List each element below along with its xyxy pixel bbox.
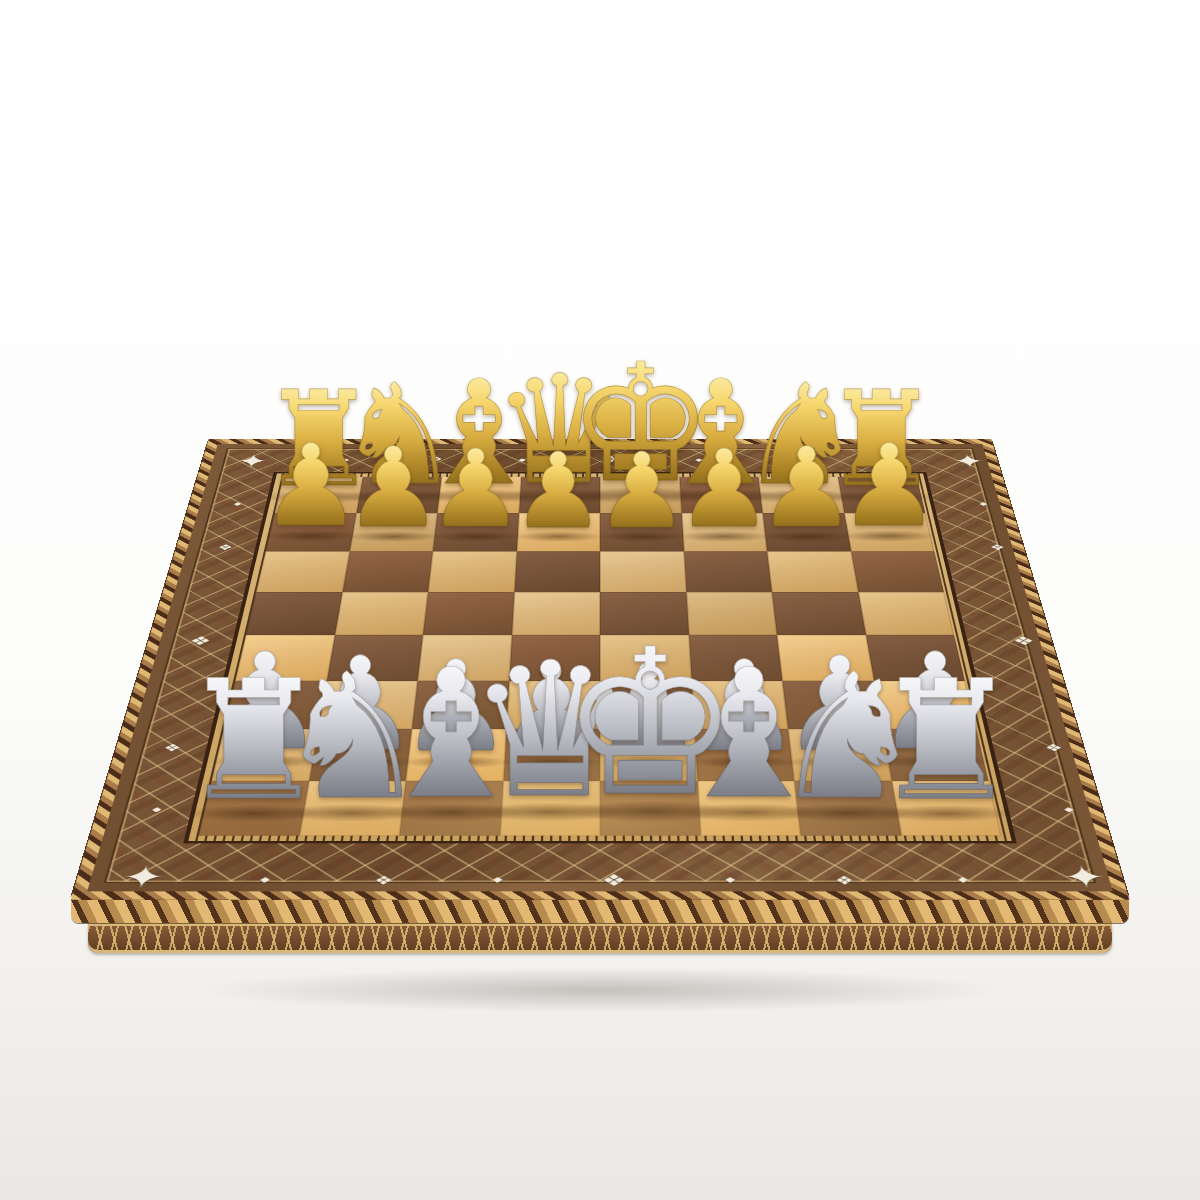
square-e7[interactable] xyxy=(600,513,684,551)
square-g6[interactable] xyxy=(767,551,858,592)
square-a6[interactable] xyxy=(256,551,349,592)
square-b2[interactable] xyxy=(309,729,412,781)
square-e8[interactable] xyxy=(600,477,681,513)
square-h7[interactable] xyxy=(844,513,934,551)
square-b7[interactable] xyxy=(349,513,437,551)
square-a5[interactable] xyxy=(246,592,342,635)
square-f5[interactable] xyxy=(686,592,777,635)
square-f2[interactable] xyxy=(694,729,794,781)
square-f3[interactable] xyxy=(691,681,788,729)
square-e4[interactable] xyxy=(600,635,691,681)
product-photo-stage: ✦✦✦✦❖❖❖❖❖❖❖❖❖❖❖❖◆◆◆◆◆◆◆◆◆◆◆◆ ♜♞♝♛♚♝♞♜♟♟♟… xyxy=(0,0,1200,1200)
square-d7[interactable] xyxy=(516,513,600,551)
square-f8[interactable] xyxy=(679,477,762,513)
square-f7[interactable] xyxy=(681,513,767,551)
square-h5[interactable] xyxy=(858,592,954,635)
square-h8[interactable] xyxy=(837,477,925,513)
square-h1[interactable] xyxy=(891,781,1001,836)
square-d1[interactable] xyxy=(500,781,600,836)
square-b3[interactable] xyxy=(318,681,418,729)
square-g7[interactable] xyxy=(763,513,851,551)
square-a3[interactable] xyxy=(224,681,327,729)
square-f6[interactable] xyxy=(684,551,772,592)
square-h2[interactable] xyxy=(882,729,988,781)
square-e3[interactable] xyxy=(600,681,694,729)
square-b8[interactable] xyxy=(356,477,442,513)
square-c7[interactable] xyxy=(433,513,519,551)
square-h3[interactable] xyxy=(874,681,977,729)
checkerboard xyxy=(199,477,1002,836)
square-c8[interactable] xyxy=(437,477,520,513)
square-e6[interactable] xyxy=(600,551,686,592)
square-d4[interactable] xyxy=(509,635,600,681)
square-c2[interactable] xyxy=(406,729,506,781)
square-a1[interactable] xyxy=(199,781,309,836)
square-g1[interactable] xyxy=(794,781,901,836)
square-d2[interactable] xyxy=(503,729,600,781)
square-c6[interactable] xyxy=(428,551,516,592)
square-g3[interactable] xyxy=(782,681,882,729)
square-a2[interactable] xyxy=(212,729,318,781)
square-c1[interactable] xyxy=(399,781,503,836)
square-f4[interactable] xyxy=(689,635,783,681)
square-a8[interactable] xyxy=(275,477,363,513)
square-g2[interactable] xyxy=(788,729,891,781)
board-scene: ✦✦✦✦❖❖❖❖❖❖❖❖❖❖❖❖◆◆◆◆◆◆◆◆◆◆◆◆ xyxy=(150,185,1050,1085)
square-e1[interactable] xyxy=(600,781,700,836)
chess-board: ✦✦✦✦❖❖❖❖❖❖❖❖❖❖❖❖◆◆◆◆◆◆◆◆◆◆◆◆ xyxy=(71,439,1130,899)
square-h4[interactable] xyxy=(866,635,965,681)
square-a7[interactable] xyxy=(266,513,356,551)
square-g4[interactable] xyxy=(777,635,874,681)
square-d3[interactable] xyxy=(506,681,600,729)
square-e2[interactable] xyxy=(600,729,697,781)
square-d6[interactable] xyxy=(514,551,600,592)
square-h6[interactable] xyxy=(851,551,944,592)
square-c5[interactable] xyxy=(423,592,514,635)
square-c3[interactable] xyxy=(412,681,509,729)
square-g5[interactable] xyxy=(772,592,866,635)
square-a4[interactable] xyxy=(235,635,334,681)
square-b4[interactable] xyxy=(326,635,423,681)
square-b6[interactable] xyxy=(342,551,433,592)
square-b1[interactable] xyxy=(299,781,406,836)
square-d8[interactable] xyxy=(519,477,600,513)
square-g8[interactable] xyxy=(758,477,844,513)
square-f1[interactable] xyxy=(697,781,801,836)
square-b5[interactable] xyxy=(335,592,429,635)
square-c4[interactable] xyxy=(418,635,512,681)
square-d5[interactable] xyxy=(512,592,601,635)
square-e5[interactable] xyxy=(600,592,689,635)
